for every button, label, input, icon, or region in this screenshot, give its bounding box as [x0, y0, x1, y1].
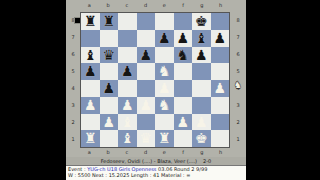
coord-label: 8: [230, 12, 246, 29]
knight-icon: ♞: [234, 80, 242, 90]
black-king-g8[interactable]: ♚: [192, 13, 211, 30]
coord-label: g: [193, 148, 212, 157]
square-g3[interactable]: [192, 97, 211, 114]
coord-label: 6: [66, 46, 80, 63]
square-c8[interactable]: [118, 13, 137, 30]
white-pawn-c3[interactable]: ♟: [118, 97, 137, 114]
square-d4[interactable]: [137, 80, 156, 97]
coord-label: h: [211, 148, 230, 157]
square-h7[interactable]: ♟: [211, 30, 230, 47]
white-pawn-b2[interactable]: ♟: [100, 114, 119, 131]
app-window: abcdefgh 87654321 87654321 ♜♜♚♟♟♝♟♝♛♟♞♟♟…: [0, 0, 320, 180]
white-pawn-a3[interactable]: ♟: [81, 97, 100, 114]
coord-label: c: [118, 148, 137, 157]
coord-label: 5: [230, 63, 246, 80]
coord-label: 4: [66, 80, 80, 97]
letterbox-left: [0, 0, 66, 180]
square-a5[interactable]: ♟: [81, 63, 100, 80]
coord-label: f: [174, 1, 193, 11]
square-d1[interactable]: ♛: [137, 130, 156, 147]
players-title: Fedoseev, Ovidi (....) - Blaza, Veer (..…: [101, 157, 197, 165]
square-h8[interactable]: [211, 13, 230, 30]
square-f4[interactable]: [174, 80, 193, 97]
square-a4[interactable]: [81, 80, 100, 97]
black-knight-f6[interactable]: ♞: [174, 47, 193, 64]
black-bishop-a6[interactable]: ♝: [81, 47, 100, 64]
square-f2[interactable]: ♟: [174, 114, 193, 131]
coord-label: 3: [66, 97, 80, 114]
white-bishop-c2[interactable]: ♝: [118, 114, 137, 131]
letterbox-right: [246, 0, 320, 180]
square-g8[interactable]: ♚: [192, 13, 211, 30]
square-b5[interactable]: [100, 63, 119, 80]
game-info-panel: Event : YUG-ch U18 Girls Openness 03.06 …: [66, 165, 246, 180]
black-pawn-e7[interactable]: ♟: [155, 30, 174, 47]
square-c1[interactable]: ♝: [118, 130, 137, 147]
square-h2[interactable]: [211, 114, 230, 131]
info-line: W : 5500 Next : 15.2025 Length : 41 Mate…: [68, 173, 246, 179]
black-pawn-f7[interactable]: ♟: [174, 30, 193, 47]
square-e4[interactable]: ♟: [155, 80, 174, 97]
square-g4[interactable]: [192, 80, 211, 97]
game-result: 2-0: [203, 157, 211, 165]
square-b1[interactable]: [100, 130, 119, 147]
white-pawn-f2[interactable]: ♟: [174, 114, 193, 131]
square-f6[interactable]: ♞: [174, 47, 193, 64]
square-f1[interactable]: [174, 130, 193, 147]
coord-label: 7: [230, 29, 246, 46]
square-h4[interactable]: ♟: [211, 80, 230, 97]
square-c3[interactable]: ♟: [118, 97, 137, 114]
coord-label: h: [211, 1, 230, 11]
square-b6[interactable]: ♛: [100, 47, 119, 64]
square-d7[interactable]: [137, 30, 156, 47]
file-labels-bottom: abcdefgh: [80, 148, 230, 157]
square-a1[interactable]: ♜: [81, 130, 100, 147]
square-b4[interactable]: ♟: [100, 80, 119, 97]
rank-labels-left: 87654321: [66, 12, 80, 148]
square-b8[interactable]: ♜: [100, 13, 119, 30]
square-e7[interactable]: ♟: [155, 30, 174, 47]
coord-label: b: [99, 148, 118, 157]
black-pawn-b4[interactable]: ♟: [100, 80, 119, 97]
square-a8[interactable]: ♜: [81, 13, 100, 30]
coord-label: e: [155, 148, 174, 157]
black-rook-a8[interactable]: ♜: [81, 13, 100, 30]
coord-label: 2: [66, 114, 80, 131]
chess-board[interactable]: ♜♜♚♟♟♝♟♝♛♟♞♟♟♟♞♟♟♟♟♟♟♞♟♝♟♟♜♝♛♜♚: [80, 12, 230, 148]
coord-label: 6: [230, 46, 246, 63]
square-d5[interactable]: [137, 63, 156, 80]
chess-gui: abcdefgh 87654321 87654321 ♜♜♚♟♟♝♟♝♛♟♞♟♟…: [66, 0, 246, 180]
square-c4[interactable]: [118, 80, 137, 97]
square-e1[interactable]: ♜: [155, 130, 174, 147]
square-f5[interactable]: [174, 63, 193, 80]
coord-label: e: [155, 1, 174, 11]
white-pawn-g2[interactable]: ♟: [192, 114, 211, 131]
black-pawn-c5[interactable]: ♟: [118, 63, 137, 80]
square-e8[interactable]: [155, 13, 174, 30]
black-pawn-a5[interactable]: ♟: [81, 63, 100, 80]
coord-label: 1: [230, 131, 246, 148]
square-c2[interactable]: ♝: [118, 114, 137, 131]
white-pawn-h4[interactable]: ♟: [211, 80, 230, 97]
black-bishop-g7[interactable]: ♝: [192, 30, 211, 47]
square-c5[interactable]: ♟: [118, 63, 137, 80]
square-h6[interactable]: [211, 47, 230, 64]
square-d2[interactable]: [137, 114, 156, 131]
coord-label: a: [80, 1, 99, 11]
square-a6[interactable]: ♝: [81, 47, 100, 64]
white-bishop-c1[interactable]: ♝: [118, 130, 137, 147]
black-rook-b8[interactable]: ♜: [100, 13, 119, 30]
square-g6[interactable]: ♟: [192, 47, 211, 64]
square-g5[interactable]: [192, 63, 211, 80]
square-a7[interactable]: [81, 30, 100, 47]
coord-label: 1: [66, 131, 80, 148]
square-g2[interactable]: ♟: [192, 114, 211, 131]
square-c7[interactable]: [118, 30, 137, 47]
coord-label: f: [174, 148, 193, 157]
black-pawn-g6[interactable]: ♟: [192, 47, 211, 64]
square-b2[interactable]: ♟: [100, 114, 119, 131]
square-d3[interactable]: ♟: [137, 97, 156, 114]
white-king-g1[interactable]: ♚: [192, 130, 211, 147]
game-title-bar: Fedoseev, Ovidi (....) - Blaza, Veer (..…: [66, 157, 246, 165]
square-e3[interactable]: ♞: [155, 97, 174, 114]
white-rook-e1[interactable]: ♜: [155, 130, 174, 147]
coord-label: g: [193, 1, 212, 11]
square-e5[interactable]: ♞: [155, 63, 174, 80]
square-f8[interactable]: [174, 13, 193, 30]
black-queen-b6[interactable]: ♛: [100, 47, 119, 64]
coord-label: d: [136, 148, 155, 157]
square-b7[interactable]: [100, 30, 119, 47]
white-knight-e3[interactable]: ♞: [155, 97, 174, 114]
square-e2[interactable]: [155, 114, 174, 131]
square-h5[interactable]: [211, 63, 230, 80]
coord-label: b: [99, 1, 118, 11]
white-knight-e5[interactable]: ♞: [155, 63, 174, 80]
square-e6[interactable]: [155, 47, 174, 64]
square-a2[interactable]: [81, 114, 100, 131]
coord-label: 7: [66, 29, 80, 46]
black-pawn-d6[interactable]: ♟: [137, 47, 156, 64]
white-pawn-d3[interactable]: ♟: [137, 97, 156, 114]
square-h1[interactable]: [211, 130, 230, 147]
square-d6[interactable]: ♟: [137, 47, 156, 64]
square-g7[interactable]: ♝: [192, 30, 211, 47]
square-f7[interactable]: ♟: [174, 30, 193, 47]
coord-label: a: [80, 148, 99, 157]
white-queen-d1[interactable]: ♛: [137, 130, 156, 147]
coord-label: 2: [230, 114, 246, 131]
square-b3[interactable]: [100, 97, 119, 114]
square-f3[interactable]: [174, 97, 193, 114]
square-c6[interactable]: [118, 47, 137, 64]
black-pawn-h7[interactable]: ♟: [211, 30, 230, 47]
square-g1[interactable]: ♚: [192, 130, 211, 147]
square-d8[interactable]: [137, 13, 156, 30]
file-labels-top: abcdefgh: [80, 1, 230, 11]
square-h3[interactable]: [211, 97, 230, 114]
coord-label: d: [136, 1, 155, 11]
white-rook-a1[interactable]: ♜: [81, 130, 100, 147]
coord-label: 5: [66, 63, 80, 80]
coord-label: 3: [230, 97, 246, 114]
square-a3[interactable]: ♟: [81, 97, 100, 114]
coord-label: c: [118, 1, 137, 11]
white-pawn-e4[interactable]: ♟: [155, 80, 174, 97]
